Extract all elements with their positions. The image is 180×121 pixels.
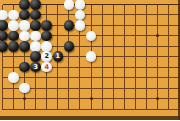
white-stone: 4 <box>41 62 52 73</box>
black-stone <box>41 31 52 42</box>
black-stone <box>19 0 30 10</box>
black-stone: 3 <box>30 62 41 73</box>
go-problem-screenshot: 2134 <box>0 0 180 120</box>
black-stone <box>0 20 8 31</box>
grid-vline <box>146 5 147 111</box>
grid-vline <box>168 5 169 111</box>
black-stone <box>0 41 8 52</box>
white-stone <box>64 0 75 10</box>
white-stone <box>75 0 86 10</box>
white-stone <box>0 10 8 21</box>
grid-vline <box>124 5 125 111</box>
black-stone <box>8 31 19 42</box>
star-point <box>90 97 93 100</box>
white-stone <box>86 31 97 42</box>
white-stone <box>19 31 30 42</box>
white-stone <box>75 20 86 31</box>
black-stone <box>30 0 41 10</box>
white-stone <box>8 72 19 83</box>
white-stone <box>19 83 30 94</box>
black-stone <box>0 31 8 42</box>
move-number-label: 2 <box>45 54 50 61</box>
black-stone <box>19 10 30 21</box>
black-stone: 1 <box>53 51 64 62</box>
white-stone <box>75 10 86 21</box>
board-right-cut-shadow <box>178 0 180 120</box>
black-stone <box>41 20 52 31</box>
black-stone <box>30 20 41 31</box>
move-number-label: 1 <box>56 54 61 61</box>
black-stone <box>19 62 30 73</box>
move-number-label: 3 <box>33 64 38 71</box>
black-stone <box>64 41 75 52</box>
move-number-label: 4 <box>45 64 50 71</box>
white-stone <box>19 20 30 31</box>
white-stone <box>8 10 19 21</box>
white-stone <box>41 41 52 52</box>
black-stone <box>30 51 41 62</box>
grid-vline <box>157 5 158 111</box>
black-stone <box>64 20 75 31</box>
black-stone <box>19 41 30 52</box>
star-point <box>23 97 26 100</box>
white-stone: 2 <box>41 51 52 62</box>
black-stone <box>30 10 41 21</box>
board-bottom-cut-shadow <box>0 116 180 121</box>
go-board[interactable]: 2134 <box>0 0 180 120</box>
white-stone <box>30 41 41 52</box>
white-stone <box>8 20 19 31</box>
grid-vline <box>135 5 136 111</box>
star-point <box>156 97 159 100</box>
star-point <box>156 34 159 37</box>
white-stone <box>86 51 97 62</box>
grid-vline <box>102 5 103 111</box>
grid-vline <box>113 5 114 111</box>
white-stone <box>30 31 41 42</box>
black-stone <box>8 41 19 52</box>
